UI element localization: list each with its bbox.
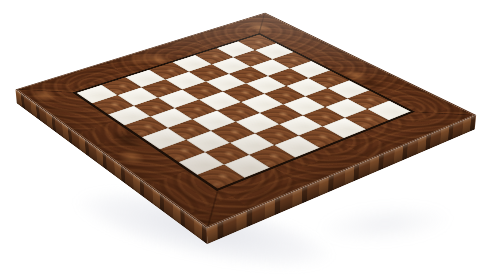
- frame-miter-seam: [207, 191, 218, 227]
- square[interactable]: [299, 127, 343, 148]
- square[interactable]: [211, 122, 255, 143]
- square[interactable]: [260, 104, 303, 124]
- board-cast-shadow-right: [293, 192, 476, 256]
- square[interactable]: [217, 102, 259, 122]
- square[interactable]: [198, 165, 245, 189]
- square[interactable]: [230, 133, 275, 155]
- square[interactable]: [175, 100, 217, 119]
- frame-miter-seam: [17, 89, 73, 93]
- frame-miter-seam: [415, 112, 475, 116]
- square[interactable]: [368, 101, 411, 120]
- square[interactable]: [186, 131, 230, 152]
- square[interactable]: [160, 140, 205, 162]
- square[interactable]: [142, 128, 186, 149]
- square[interactable]: [255, 124, 299, 145]
- square[interactable]: [323, 118, 367, 139]
- square[interactable]: [345, 109, 388, 129]
- square[interactable]: [279, 115, 323, 135]
- square[interactable]: [193, 110, 236, 130]
- square[interactable]: [178, 152, 224, 175]
- square[interactable]: [205, 142, 250, 164]
- square[interactable]: [236, 113, 279, 133]
- photo-background: [0, 0, 480, 276]
- square[interactable]: [108, 106, 150, 126]
- square[interactable]: [224, 155, 270, 178]
- square[interactable]: [125, 117, 168, 138]
- square[interactable]: [168, 119, 211, 140]
- square[interactable]: [250, 145, 296, 167]
- square[interactable]: [302, 107, 345, 127]
- square[interactable]: [150, 108, 193, 128]
- frame-miter-seam: [259, 13, 265, 33]
- square[interactable]: [275, 136, 320, 158]
